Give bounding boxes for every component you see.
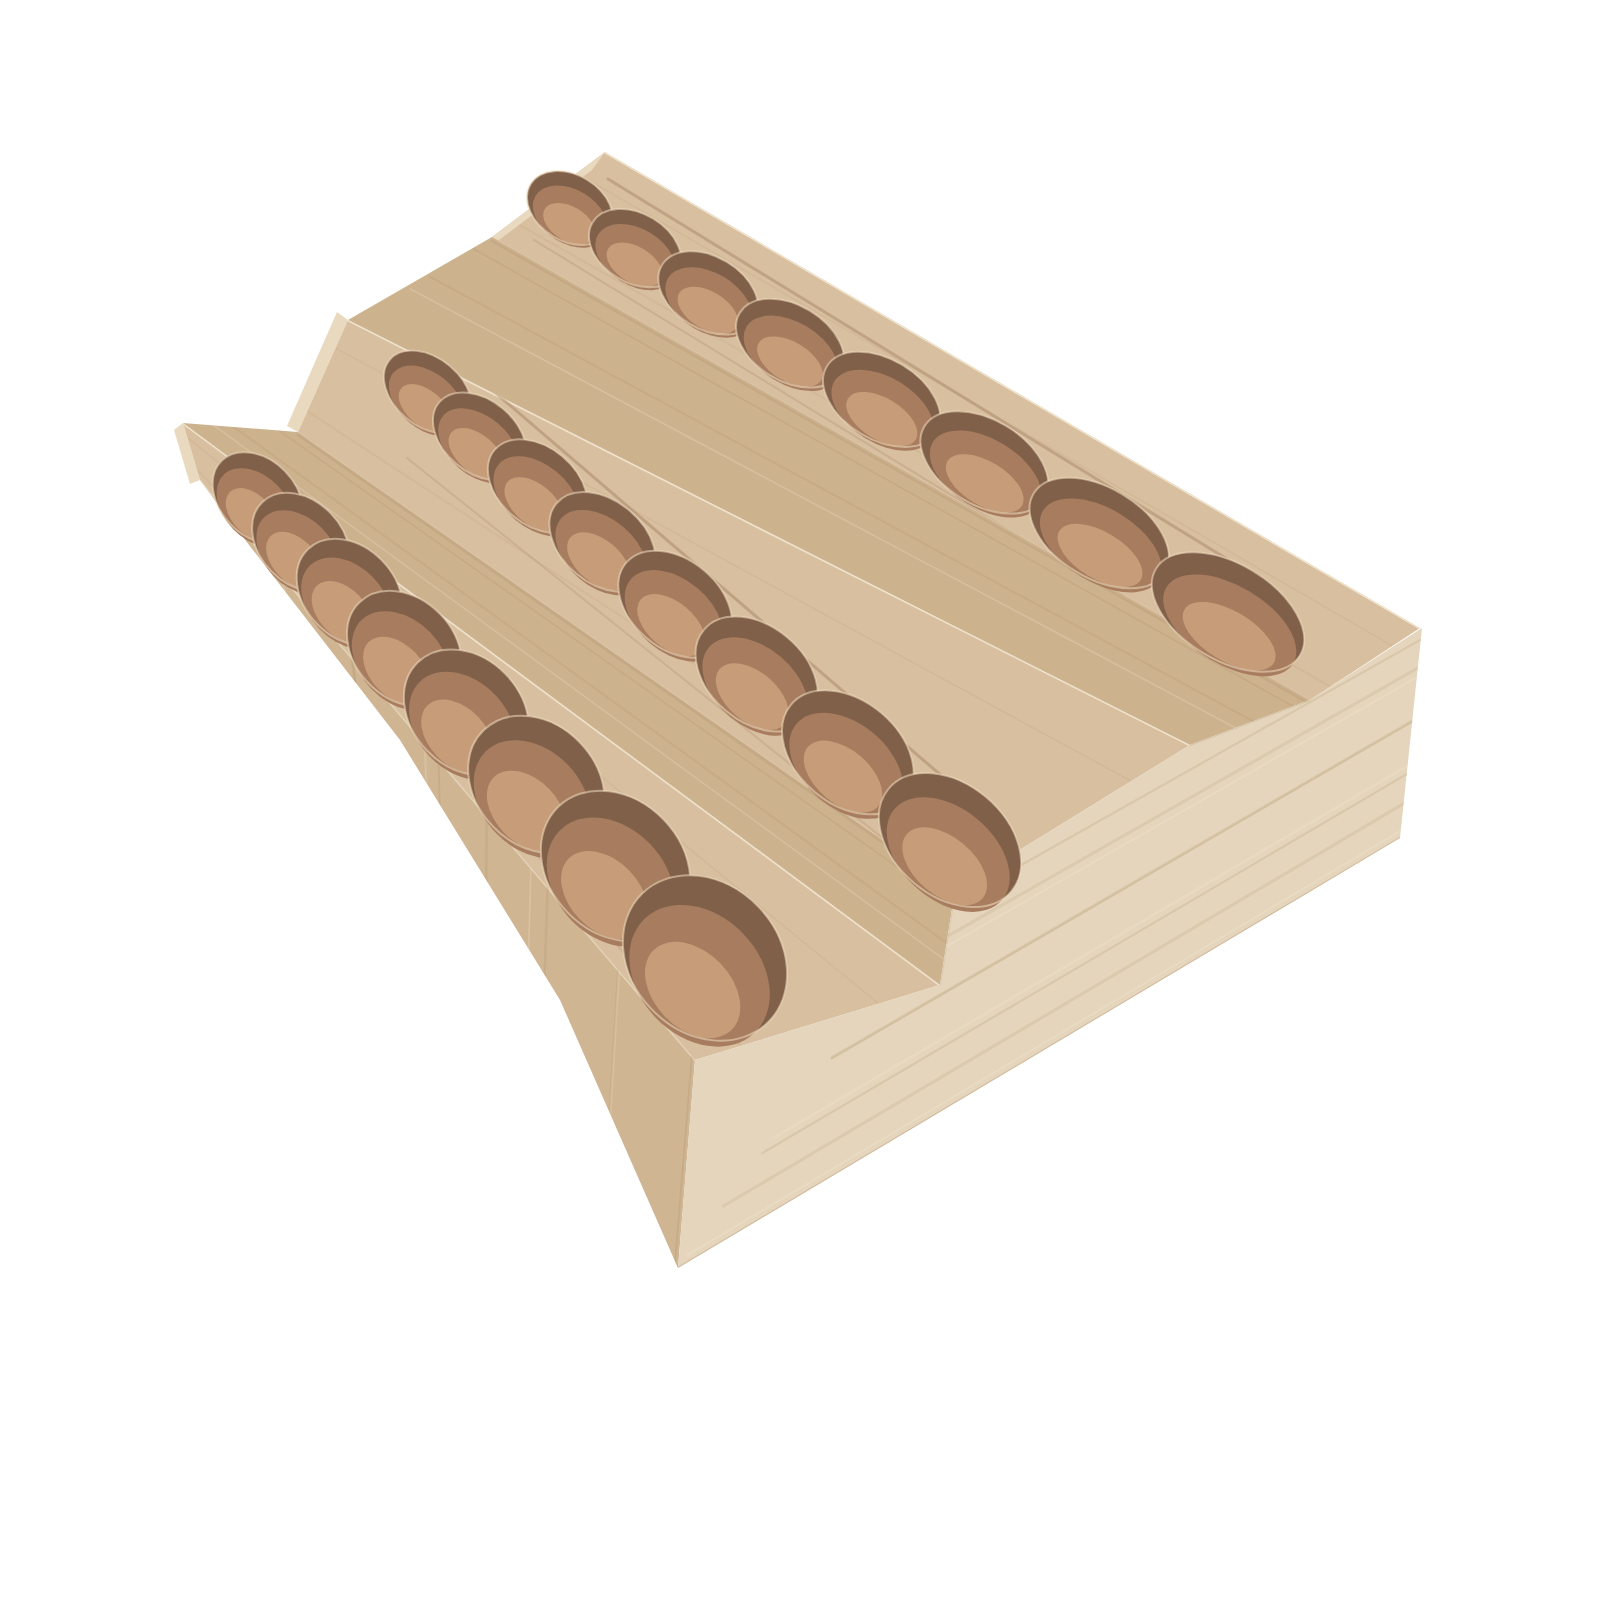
product-photo: Step-shaped natural pine rack: three sta… <box>0 0 1600 1600</box>
rack-illustration <box>0 0 1600 1600</box>
